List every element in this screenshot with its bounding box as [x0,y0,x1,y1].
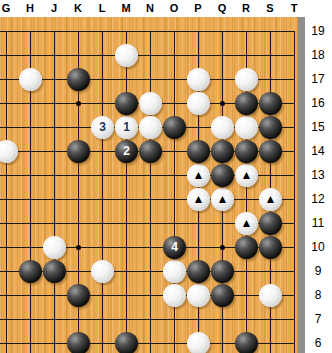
black-stone-Q14[interactable] [211,140,234,163]
black-stone-Q13[interactable] [211,164,234,187]
row-label-11: 11 [305,215,331,231]
board-edge-shadow [298,17,305,353]
white-stone-R13[interactable]: ▲ [235,164,258,187]
black-stone-S10[interactable] [259,236,282,259]
col-label-O: O [164,1,184,16]
move-number-label: 4 [171,236,178,259]
black-stone-S11[interactable] [259,212,282,235]
row-label-19: 19 [305,23,331,39]
row-label-10: 10 [305,239,331,255]
white-stone-P16[interactable] [187,92,210,115]
col-label-J: J [44,1,64,16]
row-label-14: 14 [305,143,331,159]
white-stone-P8[interactable] [187,284,210,307]
white-stone-S12[interactable]: ▲ [259,188,282,211]
col-label-N: N [140,1,160,16]
col-label-S: S [260,1,280,16]
triangle-mark: ▲ [241,164,253,187]
move-number-label: 1 [123,116,130,139]
white-stone-P13[interactable]: ▲ [187,164,210,187]
black-stone-P14[interactable] [187,140,210,163]
star-point-Q10 [220,245,225,250]
black-stone-M16[interactable] [115,92,138,115]
row-label-12: 12 [305,191,331,207]
black-stone-Q8[interactable] [211,284,234,307]
row-label-9: 9 [305,263,331,279]
white-stone-P6[interactable] [187,332,210,353]
col-label-Q: Q [212,1,232,16]
star-point-Q16 [220,101,225,106]
white-stone-M18[interactable] [115,44,138,67]
white-stone-M15[interactable]: 1 [115,116,138,139]
row-label-17: 17 [305,71,331,87]
row-label-16: 16 [305,95,331,111]
white-stone-P17[interactable] [187,68,210,91]
white-stone-Q15[interactable] [211,116,234,139]
black-stone-S14[interactable] [259,140,282,163]
black-stone-R6[interactable] [235,332,258,353]
black-stone-O15[interactable] [163,116,186,139]
black-stone-N14[interactable] [139,140,162,163]
col-label-K: K [68,1,88,16]
white-stone-R17[interactable] [235,68,258,91]
white-stone-P12[interactable]: ▲ [187,188,210,211]
white-stone-R15[interactable] [235,116,258,139]
white-stone-Q12[interactable]: ▲ [211,188,234,211]
white-stone-H17[interactable] [19,68,42,91]
row-label-18: 18 [305,47,331,63]
row-label-8: 8 [305,287,331,303]
white-stone-L15[interactable]: 3 [91,116,114,139]
go-board[interactable]: 31▲▲▲▲▲▲24 [0,17,298,353]
column-labels: GHJKLMNOPQRST [0,0,332,17]
col-label-R: R [236,1,256,16]
triangle-mark: ▲ [193,164,205,187]
triangle-mark: ▲ [241,212,253,235]
black-stone-R16[interactable] [235,92,258,115]
black-stone-K6[interactable] [67,332,90,353]
col-label-P: P [188,1,208,16]
black-stone-R10[interactable] [235,236,258,259]
black-stone-S16[interactable] [259,92,282,115]
col-label-G: G [0,1,16,16]
triangle-mark: ▲ [217,188,229,211]
black-stone-M6[interactable] [115,332,138,353]
black-stone-M14[interactable]: 2 [115,140,138,163]
black-stone-J9[interactable] [43,260,66,283]
move-number-label: 3 [99,116,106,139]
col-label-H: H [20,1,40,16]
white-stone-N16[interactable] [139,92,162,115]
col-label-M: M [116,1,136,16]
go-diagram-screen: 31▲▲▲▲▲▲24 GHJKLMNOPQRST 191817161514131… [0,0,332,353]
white-stone-O9[interactable] [163,260,186,283]
black-stone-K14[interactable] [67,140,90,163]
row-label-15: 15 [305,119,331,135]
triangle-mark: ▲ [265,188,277,211]
triangle-mark: ▲ [193,188,205,211]
white-stone-O8[interactable] [163,284,186,307]
black-stone-K8[interactable] [67,284,90,307]
white-stone-R11[interactable]: ▲ [235,212,258,235]
black-stone-O10[interactable]: 4 [163,236,186,259]
black-stone-R14[interactable] [235,140,258,163]
row-label-13: 13 [305,167,331,183]
row-label-7: 7 [305,311,331,327]
white-stone-J10[interactable] [43,236,66,259]
move-number-label: 2 [123,140,130,163]
black-stone-K17[interactable] [67,68,90,91]
star-point-K16 [76,101,81,106]
col-label-L: L [92,1,112,16]
white-stone-L9[interactable] [91,260,114,283]
white-stone-S8[interactable] [259,284,282,307]
row-label-6: 6 [305,335,331,351]
black-stone-S15[interactable] [259,116,282,139]
white-stone-N15[interactable] [139,116,162,139]
col-label-T: T [284,1,304,16]
row-labels: 191817161514131211109876 [305,17,332,353]
black-stone-P9[interactable] [187,260,210,283]
black-stone-H9[interactable] [19,260,42,283]
black-stone-Q9[interactable] [211,260,234,283]
star-point-K10 [76,245,81,250]
